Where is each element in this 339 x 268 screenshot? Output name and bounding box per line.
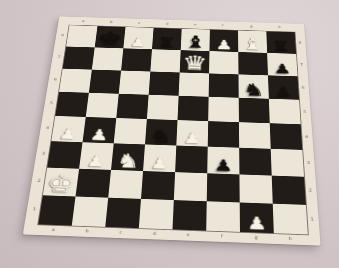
chess-square-a3[interactable]: [47, 141, 82, 169]
black-bishop[interactable]: ♝: [184, 34, 206, 51]
chess-square-b1[interactable]: [72, 196, 108, 226]
chess-square-a8[interactable]: [66, 25, 97, 47]
chess-square-h5[interactable]: [269, 99, 301, 125]
chess-square-h4[interactable]: [270, 123, 303, 150]
chess-board: ♚♟♜♝♟♝♜♛♟♞♟♟♟♞♟♟♞♟♟♚♟: [37, 25, 309, 236]
photo-scene: abcdefgh abcdefgh 87654321 87654321 ♚♟♜♝…: [0, 0, 339, 268]
rank-label: 7: [297, 53, 306, 76]
rank-label: 6: [298, 76, 308, 100]
chess-square-g8[interactable]: ♝: [238, 31, 267, 53]
file-label: c: [125, 21, 153, 25]
chess-square-d6[interactable]: [149, 72, 180, 96]
white-bishop[interactable]: ♝: [241, 35, 263, 53]
chess-square-c6[interactable]: [119, 71, 151, 95]
chess-square-d2[interactable]: [141, 171, 175, 200]
black-pawn[interactable]: ♟: [275, 85, 293, 100]
chess-board-mat: abcdefgh abcdefgh 87654321 87654321 ♚♟♜♝…: [23, 16, 321, 245]
chess-square-b3[interactable]: ♟: [79, 142, 114, 170]
chess-square-b7[interactable]: [92, 47, 123, 70]
black-rook[interactable]: ♜: [272, 39, 291, 54]
chess-square-f2[interactable]: [207, 173, 240, 202]
chess-square-g4[interactable]: [239, 122, 271, 149]
file-label: b: [97, 20, 125, 24]
chess-square-c5[interactable]: [116, 94, 148, 119]
chess-square-b6[interactable]: [89, 70, 121, 94]
chess-square-f3[interactable]: ♟: [207, 147, 239, 175]
file-label: g: [239, 235, 273, 241]
black-king[interactable]: ♚: [97, 29, 124, 49]
white-pawn[interactable]: ♟: [183, 131, 202, 147]
white-pawn[interactable]: ♟: [247, 215, 267, 233]
white-pawn[interactable]: ♟: [86, 153, 106, 169]
chess-square-f6[interactable]: [209, 73, 239, 97]
white-king[interactable]: ♚: [45, 171, 77, 197]
chess-square-d8[interactable]: ♜: [152, 28, 182, 50]
file-label: h: [265, 25, 293, 29]
chess-square-a2[interactable]: ♚: [43, 168, 79, 197]
file-label: d: [137, 231, 171, 237]
chess-square-e2[interactable]: [174, 172, 207, 201]
chess-square-h2[interactable]: [272, 176, 306, 205]
file-label: c: [104, 229, 138, 235]
chess-square-c1[interactable]: [105, 198, 141, 228]
file-label: g: [237, 24, 265, 28]
chess-square-a7[interactable]: [63, 47, 95, 70]
chess-square-e3[interactable]: [175, 146, 208, 174]
chess-square-e8[interactable]: ♝: [181, 29, 210, 51]
chess-square-g6[interactable]: ♞: [238, 74, 268, 98]
chess-square-d5[interactable]: [147, 95, 179, 120]
black-pawn[interactable]: ♟: [274, 62, 292, 76]
rank-label: 8: [295, 32, 304, 54]
chess-square-c4[interactable]: [114, 118, 147, 144]
chess-square-b5[interactable]: [86, 93, 119, 118]
chess-square-f5[interactable]: [208, 97, 239, 122]
file-label: b: [70, 228, 104, 234]
chess-square-d7[interactable]: [150, 49, 180, 72]
chess-square-a1[interactable]: [38, 195, 75, 225]
black-pawn[interactable]: ♟: [214, 158, 233, 175]
white-pawn[interactable]: ♟: [150, 155, 169, 172]
chess-square-a6[interactable]: [59, 69, 92, 93]
chess-square-f4[interactable]: [208, 121, 239, 148]
chess-square-e5[interactable]: [177, 96, 208, 121]
chess-square-c2[interactable]: [108, 170, 143, 199]
chess-square-d4[interactable]: ♞: [145, 119, 178, 145]
chess-square-b4[interactable]: ♟: [83, 117, 117, 143]
file-label: f: [205, 233, 239, 239]
chess-square-h8[interactable]: ♜: [266, 31, 296, 53]
black-knight[interactable]: ♞: [149, 126, 172, 145]
white-pawn[interactable]: ♟: [216, 39, 233, 52]
chess-square-h6[interactable]: ♟: [268, 75, 299, 99]
white-knight[interactable]: ♞: [116, 151, 140, 171]
white-pawn[interactable]: ♟: [129, 36, 147, 49]
chess-square-e6[interactable]: [179, 72, 209, 96]
chess-square-e7[interactable]: ♛: [180, 50, 210, 73]
black-knight[interactable]: ♞: [243, 81, 265, 99]
chess-square-e1[interactable]: [172, 200, 206, 231]
chess-square-b2[interactable]: [76, 169, 112, 198]
chess-square-c3[interactable]: ♞: [111, 143, 145, 171]
chess-square-e4[interactable]: ♟: [176, 120, 208, 147]
white-queen[interactable]: ♛: [182, 53, 208, 74]
chess-square-g1[interactable]: ♟: [240, 202, 274, 233]
rank-label: 5: [300, 99, 310, 124]
white-pawn[interactable]: ♟: [58, 126, 78, 142]
file-label: a: [69, 19, 97, 23]
chess-square-d1[interactable]: [139, 199, 174, 229]
chess-square-h3[interactable]: [271, 149, 304, 177]
file-label: f: [209, 24, 237, 28]
chess-square-c7[interactable]: [121, 48, 152, 71]
file-label: e: [181, 23, 209, 27]
chess-square-a4[interactable]: ♟: [51, 116, 85, 142]
chess-square-g3[interactable]: [239, 148, 272, 176]
chess-square-g5[interactable]: [239, 98, 270, 123]
chess-square-d3[interactable]: ♟: [143, 144, 176, 172]
chess-square-h7[interactable]: ♟: [267, 53, 297, 76]
file-label: e: [171, 232, 205, 238]
chess-square-f7[interactable]: [209, 51, 238, 74]
chess-square-f8[interactable]: ♟: [209, 30, 238, 52]
chess-square-a5[interactable]: [55, 92, 89, 117]
chess-square-b8[interactable]: ♚: [95, 26, 126, 48]
chess-square-f1[interactable]: [206, 201, 240, 232]
black-rook[interactable]: ♜: [157, 36, 176, 50]
chess-square-h1[interactable]: [273, 204, 308, 235]
chess-square-g7[interactable]: [238, 52, 268, 75]
file-label: d: [153, 22, 181, 26]
white-pawn[interactable]: ♟: [89, 127, 109, 143]
chess-square-g2[interactable]: [239, 174, 272, 203]
file-label: h: [273, 236, 307, 242]
chess-square-c8[interactable]: ♟: [123, 27, 153, 49]
file-label: a: [36, 227, 70, 233]
